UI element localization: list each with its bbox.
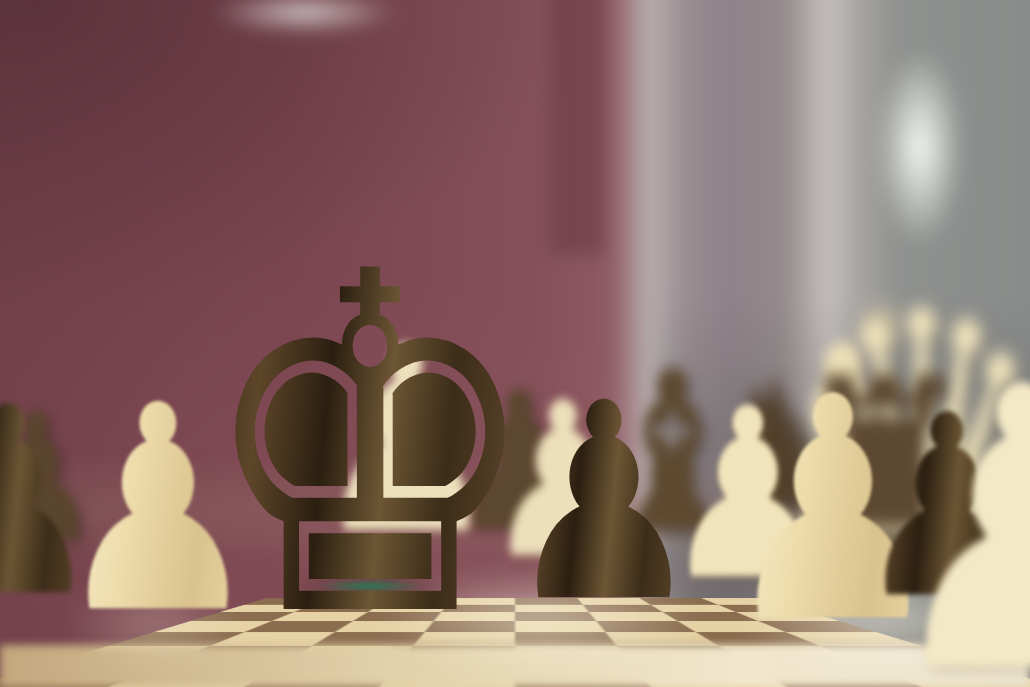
stage: ♟♟♟♚♟♟♟♟♝♟♞♟♝♜♛♟♟ bbox=[0, 0, 1030, 687]
piece-dark-king-c3[interactable]: ♚ bbox=[198, 213, 543, 682]
piece-dark-pawn-e3[interactable]: ♟ bbox=[504, 367, 704, 639]
piece-light-pawn-h2[interactable]: ♟ bbox=[879, 337, 1030, 687]
pieces-layer: ♟♟♟♚♟♟♟♟♝♟♞♟♝♜♛♟♟ bbox=[0, 0, 1030, 687]
